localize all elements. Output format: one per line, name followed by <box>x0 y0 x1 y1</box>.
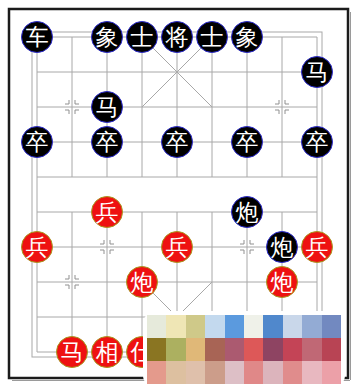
censor-block <box>225 338 244 361</box>
piece-red-soldier[interactable]: 兵 <box>21 231 53 263</box>
censor-block <box>166 361 185 384</box>
piece-black-soldier[interactable]: 卒 <box>91 126 123 158</box>
piece-black-horse[interactable]: 马 <box>91 91 123 123</box>
censor-block <box>302 315 321 338</box>
piece-red-horse[interactable]: 马 <box>56 336 88 368</box>
xiangqi-board: 车象士将士象马马卒卒卒卒卒炮炮兵兵兵兵炮炮马相仕 <box>0 0 357 392</box>
censor-block <box>322 315 341 338</box>
censor-block <box>302 338 321 361</box>
censor-block <box>186 338 205 361</box>
piece-red-soldier[interactable]: 兵 <box>91 196 123 228</box>
censor-block <box>244 338 263 361</box>
censor-block <box>166 338 185 361</box>
censor-block <box>225 315 244 338</box>
piece-black-cannon[interactable]: 炮 <box>231 196 263 228</box>
piece-black-general[interactable]: 将 <box>161 21 193 53</box>
piece-red-soldier[interactable]: 兵 <box>301 231 333 263</box>
piece-black-chariot[interactable]: 车 <box>21 21 53 53</box>
piece-black-cannon[interactable]: 炮 <box>266 231 298 263</box>
censor-block <box>322 361 341 384</box>
piece-black-elephant[interactable]: 象 <box>231 21 263 53</box>
censor-block <box>263 338 282 361</box>
censor-block <box>205 361 224 384</box>
piece-black-elephant[interactable]: 象 <box>91 21 123 53</box>
piece-red-elephant[interactable]: 相 <box>91 336 123 368</box>
piece-red-cannon[interactable]: 炮 <box>126 266 158 298</box>
censored-overlay <box>143 311 345 388</box>
censor-block <box>283 361 302 384</box>
censor-block <box>147 315 166 338</box>
censor-block <box>283 338 302 361</box>
censor-block <box>244 315 263 338</box>
censor-block <box>147 361 166 384</box>
piece-black-advisor[interactable]: 士 <box>126 21 158 53</box>
censor-block <box>263 315 282 338</box>
censor-block <box>263 361 282 384</box>
censor-block <box>283 315 302 338</box>
censor-block <box>186 361 205 384</box>
censor-block <box>244 361 263 384</box>
censor-block <box>147 338 166 361</box>
censor-block <box>186 315 205 338</box>
piece-black-soldier[interactable]: 卒 <box>161 126 193 158</box>
piece-red-soldier[interactable]: 兵 <box>161 231 193 263</box>
censor-block <box>205 315 224 338</box>
censor-block <box>322 338 341 361</box>
censor-block <box>166 315 185 338</box>
piece-black-advisor[interactable]: 士 <box>196 21 228 53</box>
piece-red-cannon[interactable]: 炮 <box>266 266 298 298</box>
piece-black-soldier[interactable]: 卒 <box>21 126 53 158</box>
piece-black-soldier[interactable]: 卒 <box>301 126 333 158</box>
censor-block <box>205 338 224 361</box>
censor-block <box>302 361 321 384</box>
piece-black-soldier[interactable]: 卒 <box>231 126 263 158</box>
piece-black-horse[interactable]: 马 <box>301 56 333 88</box>
censor-block <box>225 361 244 384</box>
